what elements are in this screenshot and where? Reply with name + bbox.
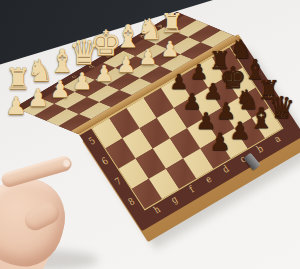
hand	[0, 0, 300, 269]
product-photo-scene: 55667788hgfedcba abcdefgh ♜♞♝♛♚♝♞♜♟♟♟♟♟♟…	[0, 0, 300, 269]
fingernail	[61, 158, 71, 169]
